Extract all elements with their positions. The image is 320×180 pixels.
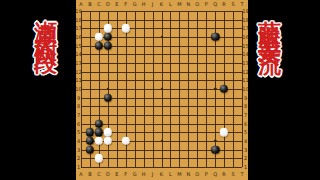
- column-label-top: K: [160, 2, 163, 7]
- grid-line-vertical: [233, 11, 234, 167]
- column-label-bottom: M: [177, 171, 181, 176]
- row-label-right: 2: [244, 156, 247, 161]
- grid-line-horizontal: [81, 167, 242, 168]
- column-label-top: D: [106, 2, 110, 7]
- grid-line-vertical: [197, 11, 198, 167]
- row-label-right: 4: [244, 139, 247, 144]
- row-label-right: 9: [244, 95, 247, 100]
- column-label-top: R: [222, 2, 225, 7]
- column-label-top: H: [142, 2, 146, 7]
- grid-line-vertical: [206, 11, 207, 167]
- row-label-left: 1: [77, 165, 80, 170]
- column-label-top: P: [205, 2, 208, 7]
- row-label-left: 13: [75, 61, 81, 66]
- row-label-right: 5: [244, 130, 247, 135]
- column-label-bottom: S: [231, 171, 234, 176]
- row-label-left: 8: [77, 104, 80, 109]
- column-label-bottom: G: [133, 171, 137, 176]
- grid-line-vertical: [170, 11, 171, 167]
- row-label-left: 19: [75, 9, 81, 14]
- column-label-top: M: [177, 2, 181, 7]
- column-label-bottom: J: [152, 171, 153, 176]
- column-label-top: Q: [213, 2, 217, 7]
- row-label-left: 18: [75, 17, 81, 22]
- grid-line-horizontal: [81, 106, 242, 107]
- row-label-left: 6: [77, 121, 80, 126]
- column-label-top: S: [231, 2, 234, 7]
- column-label-bottom: P: [205, 171, 208, 176]
- row-label-left: 16: [75, 35, 81, 40]
- column-label-bottom: C: [97, 171, 101, 176]
- column-label-bottom: Q: [213, 171, 217, 176]
- row-label-left: 10: [75, 87, 81, 92]
- row-label-left: 2: [77, 156, 80, 161]
- row-label-left: 15: [75, 43, 81, 48]
- column-label-bottom: F: [124, 171, 127, 176]
- column-label-bottom: K: [160, 171, 163, 176]
- column-label-bottom: A: [79, 171, 82, 176]
- row-label-left: 14: [75, 52, 81, 57]
- column-label-top: E: [115, 2, 118, 7]
- column-label-top: N: [186, 2, 190, 7]
- column-label-top: O: [195, 2, 199, 7]
- thumbnail-stage: AABBCCDDEEFFGGHHJJKKLLMMNNOOPPQQRRSSTT19…: [0, 0, 320, 180]
- row-label-left: 3: [77, 147, 80, 152]
- column-label-bottom: L: [169, 171, 172, 176]
- grid-line-vertical: [179, 11, 180, 167]
- row-label-left: 7: [77, 113, 80, 118]
- player-name-right: 藤沢里菜女流: [255, 2, 286, 38]
- row-label-left: 5: [77, 130, 80, 135]
- row-label-left: 9: [77, 95, 80, 100]
- row-label-left: 17: [75, 26, 81, 31]
- player-name-left: 瀬戸大樹八段: [31, 2, 62, 38]
- row-label-right: 8: [244, 104, 247, 109]
- column-label-top: C: [97, 2, 101, 7]
- column-label-top: T: [240, 2, 243, 7]
- row-label-right: 1: [244, 165, 247, 170]
- column-label-bottom: O: [195, 171, 199, 176]
- row-label-left: 11: [75, 78, 81, 83]
- column-label-top: L: [169, 2, 172, 7]
- column-label-top: F: [124, 2, 127, 7]
- row-label-left: 12: [75, 69, 81, 74]
- column-label-top: J: [152, 2, 153, 7]
- grid-line-horizontal: [81, 158, 242, 159]
- row-label-right: 7: [244, 113, 247, 118]
- column-label-top: A: [79, 2, 82, 7]
- column-label-bottom: E: [115, 171, 118, 176]
- column-label-top: G: [133, 2, 137, 7]
- grid-line-horizontal: [81, 124, 242, 125]
- column-label-bottom: B: [88, 171, 91, 176]
- row-label-right: 6: [244, 121, 247, 126]
- column-label-bottom: H: [142, 171, 146, 176]
- column-label-bottom: R: [222, 171, 225, 176]
- grid-line-horizontal: [81, 115, 242, 116]
- column-label-bottom: T: [240, 171, 243, 176]
- grid-line-vertical: [188, 11, 189, 167]
- column-label-bottom: N: [186, 171, 190, 176]
- column-label-bottom: D: [106, 171, 110, 176]
- row-label-left: 4: [77, 139, 80, 144]
- go-board: AABBCCDDEEFFGGHHJJKKLLMMNNOOPPQQRRSSTT19…: [76, 0, 248, 180]
- row-label-right: 3: [244, 147, 247, 152]
- column-label-top: B: [88, 2, 91, 7]
